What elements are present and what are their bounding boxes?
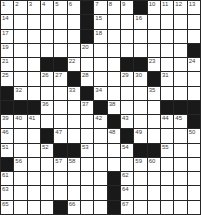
cell-r10-c11[interactable]: 49 <box>134 129 146 142</box>
cell-r13-c13[interactable] <box>161 172 173 185</box>
cell-r4-c11[interactable] <box>134 44 146 57</box>
cell-r7-c9[interactable] <box>108 87 120 100</box>
clue-number-38: 38 <box>109 101 116 108</box>
cell-r14-c14[interactable] <box>174 186 186 199</box>
cell-r13-c1[interactable]: 61 <box>1 172 13 185</box>
cell-r14-c6[interactable] <box>68 186 80 199</box>
cell-r3-c14[interactable] <box>174 30 186 43</box>
cell-r2-c15[interactable] <box>188 15 200 28</box>
clue-number-29: 29 <box>122 72 129 79</box>
cell-r7-c8[interactable]: 34 <box>94 87 106 100</box>
cell-r3-c13[interactable] <box>161 30 173 43</box>
cell-r1-c4[interactable]: 4 <box>41 1 53 14</box>
cell-r8-c11[interactable] <box>134 101 146 114</box>
cell-r2-c14[interactable] <box>174 15 186 28</box>
clue-number-30: 30 <box>135 72 142 79</box>
cell-r7-c5[interactable] <box>54 87 66 100</box>
cell-r11-c7[interactable]: 53 <box>81 144 93 157</box>
cell-r6-c1[interactable]: 25 <box>1 72 13 85</box>
clue-number-13: 13 <box>189 1 196 8</box>
cell-r12-c11[interactable]: 59 <box>134 158 146 171</box>
clue-number-54: 54 <box>122 144 129 151</box>
cell-r7-c10[interactable] <box>121 87 133 100</box>
cell-r6-c5[interactable]: 27 <box>54 72 66 85</box>
cell-r13-c8[interactable] <box>94 172 106 185</box>
black-cell-r12-c1 <box>1 158 13 171</box>
cell-r3-c6[interactable] <box>68 30 80 43</box>
clue-number-24: 24 <box>189 58 196 65</box>
black-cell-r7-c7 <box>81 87 93 100</box>
cell-r10-c13[interactable] <box>161 129 173 142</box>
cell-r9-c6[interactable] <box>68 115 80 128</box>
cell-r15-c6[interactable]: 66 <box>68 201 80 214</box>
cell-r12-c7[interactable] <box>81 158 93 171</box>
cell-r2-c9[interactable] <box>108 15 120 28</box>
cell-r14-c3[interactable] <box>28 186 40 199</box>
clue-number-15: 15 <box>95 15 102 22</box>
cell-r12-c5[interactable]: 57 <box>54 158 66 171</box>
cell-r7-c11[interactable] <box>134 87 146 100</box>
cell-r9-c14[interactable]: 45 <box>174 115 186 128</box>
cell-r9-c7[interactable] <box>81 115 93 128</box>
cell-r5-c8[interactable] <box>94 58 106 71</box>
cell-r6-c10[interactable]: 29 <box>121 72 133 85</box>
cell-r10-c15[interactable]: 50 <box>188 129 200 142</box>
cell-r2-c1[interactable]: 14 <box>1 15 13 28</box>
cell-r11-c13[interactable]: 55 <box>161 144 173 157</box>
cell-r5-c14[interactable] <box>174 58 186 71</box>
cell-r12-c12[interactable]: 60 <box>148 158 160 171</box>
cell-r12-c6[interactable]: 58 <box>68 158 80 171</box>
cell-r3-c1[interactable]: 17 <box>1 30 13 43</box>
black-cell-r8-c1 <box>1 101 13 114</box>
black-cell-r11-c11 <box>134 144 146 157</box>
clue-number-51: 51 <box>2 144 9 151</box>
cell-r14-c12[interactable] <box>148 186 160 199</box>
cell-r13-c7[interactable] <box>81 172 93 185</box>
cell-r4-c6[interactable] <box>68 44 80 57</box>
black-cell-r15-c9 <box>108 201 120 214</box>
clue-number-58: 58 <box>69 158 76 165</box>
clue-number-63: 63 <box>2 186 9 193</box>
cell-r13-c15[interactable] <box>188 172 200 185</box>
cell-r7-c13[interactable] <box>161 87 173 100</box>
cell-r10-c7[interactable] <box>81 129 93 142</box>
cell-r1-c15[interactable]: 13 <box>188 1 200 14</box>
black-cell-r8-c15 <box>188 101 200 114</box>
cell-r14-c10[interactable]: 64 <box>121 186 133 199</box>
cell-r8-c12[interactable] <box>148 101 160 114</box>
cell-r13-c11[interactable] <box>134 172 146 185</box>
cell-r13-c12[interactable] <box>148 172 160 185</box>
clue-number-53: 53 <box>82 144 89 151</box>
clue-number-61: 61 <box>2 172 9 179</box>
cell-r9-c13[interactable]: 44 <box>161 115 173 128</box>
black-cell-r6-c12 <box>148 72 160 85</box>
cell-r11-c15[interactable] <box>188 144 200 157</box>
clue-number-3: 3 <box>29 1 32 8</box>
black-cell-r5-c11 <box>134 58 146 71</box>
clue-number-7: 7 <box>95 1 98 8</box>
cell-r12-c14[interactable] <box>174 158 186 171</box>
cell-r12-c2[interactable]: 56 <box>14 158 26 171</box>
cell-r3-c3[interactable] <box>28 30 40 43</box>
cell-r5-c15[interactable]: 24 <box>188 58 200 71</box>
cell-r3-c8[interactable]: 18 <box>94 30 106 43</box>
black-cell-r11-c6 <box>68 144 80 157</box>
cell-r1-c14[interactable]: 12 <box>174 1 186 14</box>
cell-r1-c6[interactable]: 6 <box>68 1 80 14</box>
cell-r2-c11[interactable]: 16 <box>134 15 146 28</box>
clue-number-59: 59 <box>135 158 142 165</box>
cell-r2-c10[interactable] <box>121 15 133 28</box>
cell-r11-c9[interactable] <box>108 144 120 157</box>
cell-r9-c12[interactable] <box>148 115 160 128</box>
cell-r1-c13[interactable]: 11 <box>161 1 173 14</box>
cell-r8-c9[interactable]: 38 <box>108 101 120 114</box>
cell-r14-c1[interactable]: 63 <box>1 186 13 199</box>
cell-r4-c13[interactable] <box>161 44 173 57</box>
black-cell-r5-c4 <box>41 58 53 71</box>
cell-r10-c12[interactable] <box>148 129 160 142</box>
cell-r3-c2[interactable] <box>14 30 26 43</box>
black-cell-r10-c10 <box>121 129 133 142</box>
black-cell-r2-c7 <box>81 15 93 28</box>
cell-r14-c11[interactable] <box>134 186 146 199</box>
clue-number-39: 39 <box>2 115 9 122</box>
black-cell-r13-c9 <box>108 172 120 185</box>
cell-r1-c8[interactable]: 7 <box>94 1 106 14</box>
cell-r4-c12[interactable] <box>148 44 160 57</box>
cell-r2-c12[interactable] <box>148 15 160 28</box>
clue-number-46: 46 <box>2 129 9 136</box>
cell-r12-c4[interactable] <box>41 158 53 171</box>
clue-number-60: 60 <box>149 158 156 165</box>
cell-r5-c3[interactable] <box>28 58 40 71</box>
clue-number-12: 12 <box>175 1 182 8</box>
clue-number-55: 55 <box>162 144 169 151</box>
black-cell-r5-c10 <box>121 58 133 71</box>
clue-number-6: 6 <box>69 1 72 8</box>
cell-r3-c15[interactable] <box>188 30 200 43</box>
clue-number-19: 19 <box>2 44 9 51</box>
cell-r5-c1[interactable]: 21 <box>1 58 13 71</box>
cell-r10-c14[interactable] <box>174 129 186 142</box>
cell-r13-c2[interactable] <box>14 172 26 185</box>
cell-r12-c9[interactable] <box>108 158 120 171</box>
cell-r1-c5[interactable]: 5 <box>54 1 66 14</box>
clue-number-34: 34 <box>95 87 102 94</box>
cell-r7-c14[interactable] <box>174 87 186 100</box>
cell-r9-c1[interactable]: 39 <box>1 115 13 128</box>
cell-r5-c7[interactable] <box>81 58 93 71</box>
black-cell-r8-c13 <box>161 101 173 114</box>
cell-r4-c2[interactable] <box>14 44 26 57</box>
cell-r2-c8[interactable]: 15 <box>94 15 106 28</box>
cell-r15-c11[interactable] <box>134 201 146 214</box>
cell-r3-c9[interactable] <box>108 30 120 43</box>
cell-r10-c3[interactable] <box>28 129 40 142</box>
clue-number-47: 47 <box>55 129 62 136</box>
clue-number-67: 67 <box>122 201 129 208</box>
cell-r15-c2[interactable] <box>14 201 26 214</box>
cell-r4-c9[interactable] <box>108 44 120 57</box>
cell-r4-c7[interactable]: 20 <box>81 44 93 57</box>
cell-r15-c4[interactable] <box>41 201 53 214</box>
cell-r4-c14[interactable] <box>174 44 186 57</box>
cell-r1-c10[interactable]: 9 <box>121 1 133 14</box>
cell-r14-c2[interactable] <box>14 186 26 199</box>
cell-r9-c8[interactable]: 42 <box>94 115 106 128</box>
black-cell-r14-c9 <box>108 186 120 199</box>
cell-r15-c15[interactable] <box>188 201 200 214</box>
cell-r6-c14[interactable] <box>174 72 186 85</box>
clue-number-62: 62 <box>122 172 129 179</box>
cell-r3-c11[interactable] <box>134 30 146 43</box>
cell-r14-c5[interactable] <box>54 186 66 199</box>
cell-r7-c3[interactable] <box>28 87 40 100</box>
cell-r6-c13[interactable]: 31 <box>161 72 173 85</box>
cell-r14-c7[interactable] <box>81 186 93 199</box>
clue-number-50: 50 <box>189 129 196 136</box>
cell-r4-c5[interactable] <box>54 44 66 57</box>
cell-r5-c9[interactable] <box>108 58 120 71</box>
clue-number-20: 20 <box>82 44 89 51</box>
cell-r9-c5[interactable] <box>54 115 66 128</box>
cell-r11-c3[interactable] <box>28 144 40 157</box>
cell-r1-c2[interactable]: 2 <box>14 1 26 14</box>
cell-r15-c13[interactable] <box>161 201 173 214</box>
clue-number-56: 56 <box>15 158 22 165</box>
cell-r2-c13[interactable] <box>161 15 173 28</box>
clue-number-27: 27 <box>55 72 62 79</box>
clue-number-25: 25 <box>2 72 9 79</box>
black-cell-r11-c5 <box>54 144 66 157</box>
cell-r4-c10[interactable] <box>121 44 133 57</box>
cell-r14-c13[interactable] <box>161 186 173 199</box>
clue-number-14: 14 <box>2 15 9 22</box>
cell-r6-c11[interactable]: 30 <box>134 72 146 85</box>
cell-r2-c4[interactable] <box>41 15 53 28</box>
clue-number-9: 9 <box>122 1 125 8</box>
cell-r1-c12[interactable]: 10 <box>148 1 160 14</box>
black-cell-r10-c4 <box>41 129 53 142</box>
cell-r15-c14[interactable] <box>174 201 186 214</box>
cell-r9-c10[interactable]: 43 <box>121 115 133 128</box>
cell-r12-c15[interactable] <box>188 158 200 171</box>
clue-number-37: 37 <box>82 101 89 108</box>
clue-number-42: 42 <box>95 115 102 122</box>
clue-number-45: 45 <box>175 115 182 122</box>
clue-number-35: 35 <box>149 87 156 94</box>
clue-number-44: 44 <box>162 115 169 122</box>
cell-r6-c4[interactable]: 26 <box>41 72 53 85</box>
black-cell-r9-c9 <box>108 115 120 128</box>
cell-r9-c11[interactable] <box>134 115 146 128</box>
clue-number-33: 33 <box>69 87 76 94</box>
cell-r6-c2[interactable] <box>14 72 26 85</box>
black-cell-r1-c7 <box>81 1 93 14</box>
clue-number-17: 17 <box>2 30 9 37</box>
cell-r4-c4[interactable] <box>41 44 53 57</box>
cell-r11-c4[interactable]: 52 <box>41 144 53 157</box>
cell-r11-c10[interactable]: 54 <box>121 144 133 157</box>
cell-r7-c4[interactable] <box>41 87 53 100</box>
cell-r6-c9[interactable] <box>108 72 120 85</box>
cell-r4-c3[interactable] <box>28 44 40 57</box>
clue-number-4: 4 <box>42 1 45 8</box>
cell-r15-c7[interactable] <box>81 201 93 214</box>
clue-number-26: 26 <box>42 72 49 79</box>
clue-number-64: 64 <box>122 186 129 193</box>
clue-number-5: 5 <box>55 1 58 8</box>
cell-r13-c4[interactable] <box>41 172 53 185</box>
cell-r10-c9[interactable]: 48 <box>108 129 120 142</box>
cell-r3-c12[interactable] <box>148 30 160 43</box>
clue-number-48: 48 <box>109 129 116 136</box>
cell-r7-c15[interactable] <box>188 87 200 100</box>
clue-number-2: 2 <box>15 1 18 8</box>
cell-r2-c2[interactable] <box>14 15 26 28</box>
cell-r8-c7[interactable]: 37 <box>81 101 93 114</box>
crossword-board: 1234567891011121314151617181920212223242… <box>0 0 201 215</box>
cell-r6-c7[interactable]: 28 <box>81 72 93 85</box>
cell-r5-c2[interactable] <box>14 58 26 71</box>
cell-r13-c6[interactable] <box>68 172 80 185</box>
cell-r1-c3[interactable]: 3 <box>28 1 40 14</box>
cell-r12-c3[interactable] <box>28 158 40 171</box>
clue-number-52: 52 <box>42 144 49 151</box>
cell-r11-c14[interactable] <box>174 144 186 157</box>
black-cell-r6-c6 <box>68 72 80 85</box>
cell-r10-c6[interactable] <box>68 129 80 142</box>
cell-r7-c6[interactable]: 33 <box>68 87 80 100</box>
cell-r15-c8[interactable] <box>94 201 106 214</box>
cell-r3-c4[interactable] <box>41 30 53 43</box>
cell-r8-c5[interactable] <box>54 101 66 114</box>
clue-number-65: 65 <box>2 201 9 208</box>
clue-number-1: 1 <box>2 1 5 8</box>
cell-r14-c15[interactable] <box>188 186 200 199</box>
black-cell-r15-c5 <box>54 201 66 214</box>
black-cell-r8-c3 <box>28 101 40 114</box>
cell-r2-c6[interactable] <box>68 15 80 28</box>
cell-r10-c5[interactable]: 47 <box>54 129 66 142</box>
cell-r7-c12[interactable]: 35 <box>148 87 160 100</box>
cell-r4-c1[interactable]: 19 <box>1 44 13 57</box>
cell-r13-c5[interactable] <box>54 172 66 185</box>
black-cell-r8-c14 <box>174 101 186 114</box>
clue-number-28: 28 <box>82 72 89 79</box>
cell-r5-c13[interactable] <box>161 58 173 71</box>
black-cell-r9-c15 <box>188 115 200 128</box>
clue-number-31: 31 <box>162 72 169 79</box>
clue-number-43: 43 <box>122 115 129 122</box>
cell-r4-c8[interactable] <box>94 44 106 57</box>
black-cell-r7-c1 <box>1 87 13 100</box>
cell-r14-c8[interactable] <box>94 186 106 199</box>
clue-number-8: 8 <box>109 1 112 8</box>
cell-r15-c3[interactable] <box>28 201 40 214</box>
clue-number-40: 40 <box>15 115 22 122</box>
clue-number-16: 16 <box>135 15 142 22</box>
cell-r3-c5[interactable] <box>54 30 66 43</box>
cell-r12-c13[interactable] <box>161 158 173 171</box>
clue-number-23: 23 <box>149 58 156 65</box>
cell-r15-c1[interactable]: 65 <box>1 201 13 214</box>
cell-r8-c6[interactable] <box>68 101 80 114</box>
cell-r3-c10[interactable] <box>121 30 133 43</box>
black-cell-r4-c15 <box>188 44 200 57</box>
clue-number-49: 49 <box>135 129 142 136</box>
black-cell-r8-c8 <box>94 101 106 114</box>
clue-number-36: 36 <box>42 101 49 108</box>
cell-r6-c15[interactable] <box>188 72 200 85</box>
cell-r5-c6[interactable]: 22 <box>68 58 80 71</box>
cell-r1-c9[interactable]: 8 <box>108 1 120 14</box>
clue-number-66: 66 <box>69 201 76 208</box>
clue-number-18: 18 <box>95 30 102 37</box>
clue-number-11: 11 <box>162 1 168 8</box>
black-cell-r3-c7 <box>81 30 93 43</box>
cell-r13-c14[interactable] <box>174 172 186 185</box>
cell-r11-c8[interactable] <box>94 144 106 157</box>
black-cell-r1-c11 <box>134 1 146 14</box>
cell-r6-c3[interactable] <box>28 72 40 85</box>
clue-number-22: 22 <box>69 58 76 65</box>
cell-r13-c3[interactable] <box>28 172 40 185</box>
cell-r11-c1[interactable]: 51 <box>1 144 13 157</box>
cell-r8-c4[interactable]: 36 <box>41 101 53 114</box>
clue-number-21: 21 <box>2 58 9 65</box>
cell-r2-c3[interactable] <box>28 15 40 28</box>
black-cell-r5-c5 <box>54 58 66 71</box>
cell-r9-c3[interactable]: 41 <box>28 115 40 128</box>
cell-r2-c5[interactable] <box>54 15 66 28</box>
cell-r8-c10[interactable] <box>121 101 133 114</box>
cell-r10-c2[interactable] <box>14 129 26 142</box>
clue-number-32: 32 <box>15 87 22 94</box>
clue-number-10: 10 <box>149 1 156 8</box>
cell-r9-c4[interactable] <box>41 115 53 128</box>
cell-r1-c1[interactable]: 1 <box>1 1 13 14</box>
black-cell-r8-c2 <box>14 101 26 114</box>
clue-number-57: 57 <box>55 158 62 165</box>
cell-r15-c12[interactable] <box>148 201 160 214</box>
cell-r15-c10[interactable]: 67 <box>121 201 133 214</box>
cell-r10-c1[interactable]: 46 <box>1 129 13 142</box>
cell-r12-c8[interactable] <box>94 158 106 171</box>
cell-r6-c8[interactable] <box>94 72 106 85</box>
cell-r10-c8[interactable] <box>94 129 106 142</box>
cell-r11-c2[interactable] <box>14 144 26 157</box>
cell-r7-c2[interactable]: 32 <box>14 87 26 100</box>
cell-r14-c4[interactable] <box>41 186 53 199</box>
cell-r12-c10[interactable] <box>121 158 133 171</box>
clue-number-41: 41 <box>29 115 36 122</box>
cell-r5-c12[interactable]: 23 <box>148 58 160 71</box>
cell-r9-c2[interactable]: 40 <box>14 115 26 128</box>
black-cell-r11-c12 <box>148 144 160 157</box>
cell-r13-c10[interactable]: 62 <box>121 172 133 185</box>
